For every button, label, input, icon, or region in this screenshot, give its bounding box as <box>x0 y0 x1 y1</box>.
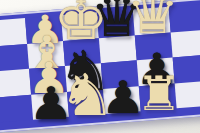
white-rook-piece[interactable]: ♜ <box>136 76 182 113</box>
board-photo: ♟♚♛♛♝♟♞♟♟♞♟♜ <box>0 0 200 133</box>
square-r1c1[interactable] <box>0 18 27 46</box>
white-queen-piece[interactable]: ♛ <box>126 0 179 36</box>
pieces-layer: ♟♚♛♛♝♟♞♟♟♞♟♜ <box>0 0 200 133</box>
